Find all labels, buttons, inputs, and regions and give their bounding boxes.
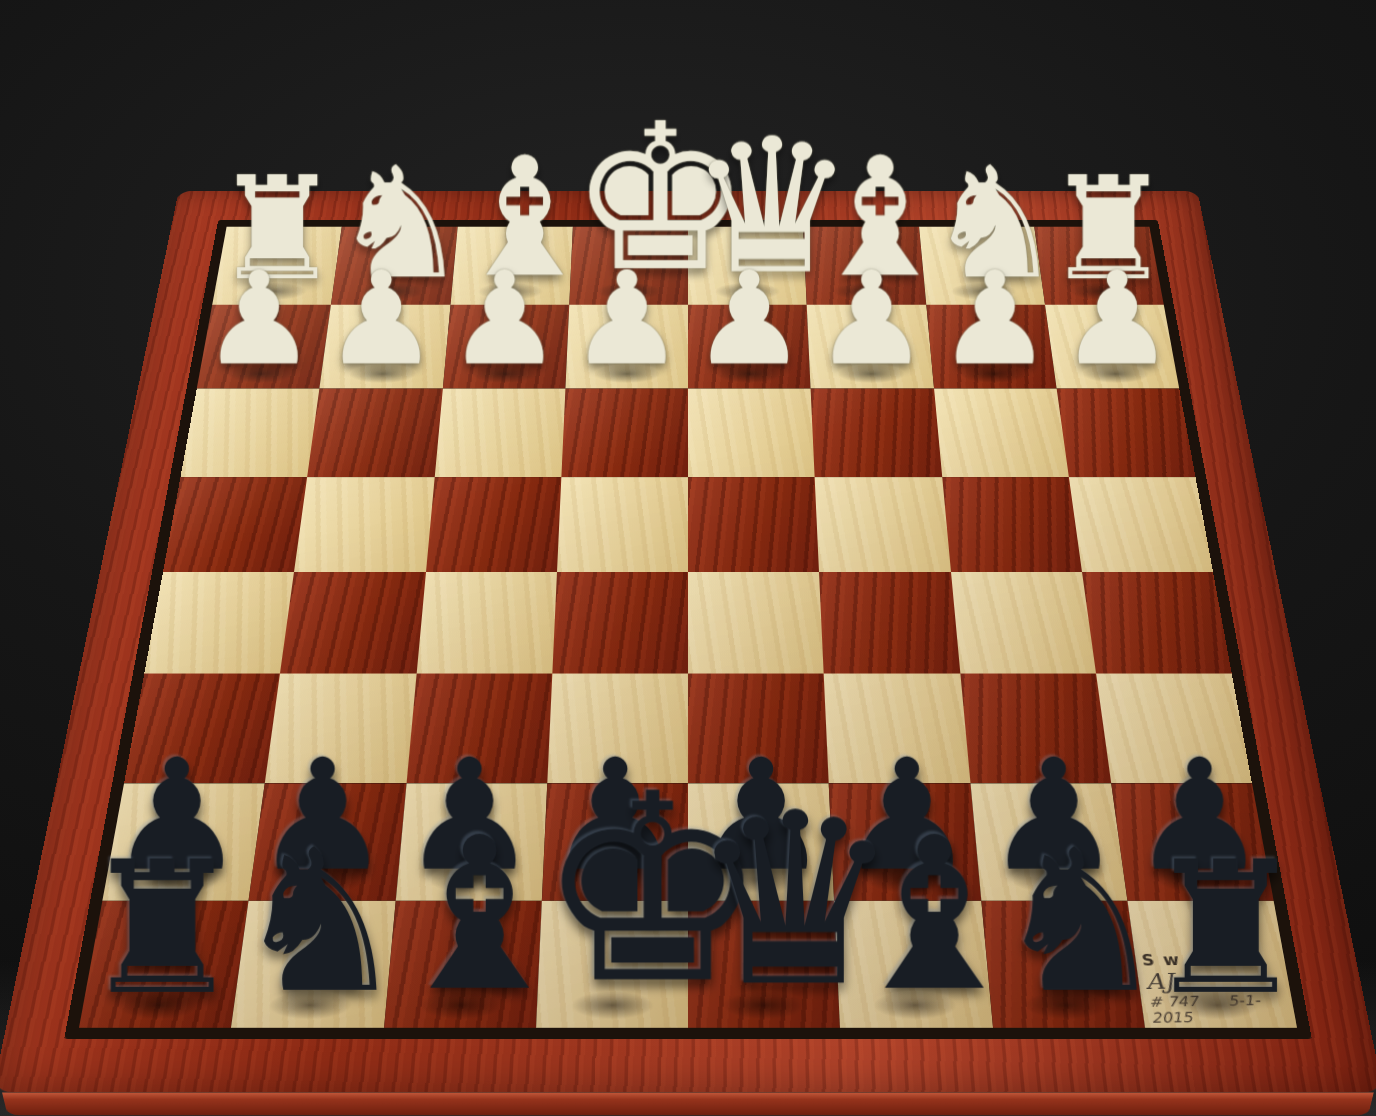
- square-d5[interactable]: [688, 572, 824, 674]
- square-e4[interactable]: [557, 477, 688, 572]
- square-c5[interactable]: [819, 572, 960, 674]
- square-d4[interactable]: [688, 477, 819, 572]
- square-f3[interactable]: [434, 388, 565, 477]
- board-squares: ♜♞♝♚♛♝♞♜♟♟♟♟♟♟♟♟♟♟♟♟♟♟♟♟♜♞♝♚♛♝♞♜Sw dAJ# …: [79, 227, 1297, 1028]
- square-g5[interactable]: [280, 572, 425, 674]
- square-b4[interactable]: [942, 477, 1082, 572]
- square-g3[interactable]: [307, 388, 442, 477]
- black-queen[interactable]: ♛: [688, 781, 840, 1019]
- square-c8[interactable]: ♝: [834, 901, 992, 1028]
- square-b5[interactable]: [951, 572, 1096, 674]
- black-bishop[interactable]: ♝: [384, 809, 536, 1020]
- ebony-inlay-line: ♜♞♝♚♛♝♞♜♟♟♟♟♟♟♟♟♟♟♟♟♟♟♟♟♜♞♝♚♛♝♞♜Sw dAJ# …: [64, 220, 1312, 1038]
- square-e2[interactable]: ♟: [565, 305, 688, 388]
- square-e5[interactable]: [552, 572, 688, 674]
- white-pawn[interactable]: ♟: [320, 254, 443, 383]
- white-pawn[interactable]: ♟: [933, 254, 1056, 383]
- square-h8[interactable]: ♜: [79, 901, 249, 1028]
- white-pawn[interactable]: ♟: [1056, 254, 1179, 383]
- white-pawn[interactable]: ♟: [198, 254, 321, 383]
- square-h5[interactable]: [144, 572, 294, 674]
- white-pawn[interactable]: ♟: [443, 254, 566, 383]
- photo-backdrop: ♜♞♝♚♛♝♞♜♟♟♟♟♟♟♟♟♟♟♟♟♟♟♟♟♜♞♝♚♛♝♞♜Sw dAJ# …: [0, 0, 1376, 1116]
- square-a2[interactable]: ♟: [1045, 305, 1179, 388]
- square-d2[interactable]: ♟: [688, 305, 811, 388]
- board-front-edge: [2, 1092, 1374, 1115]
- black-knight[interactable]: ♞: [992, 823, 1144, 1020]
- square-g2[interactable]: ♟: [320, 305, 450, 388]
- chess-board: ♜♞♝♚♛♝♞♜♟♟♟♟♟♟♟♟♟♟♟♟♟♟♟♟♜♞♝♚♛♝♞♜Sw dAJ# …: [0, 191, 1376, 1093]
- square-e8[interactable]: ♚: [536, 901, 688, 1028]
- square-a8[interactable]: ♜Sw dAJ# 7475-1-2015: [1127, 901, 1297, 1028]
- square-g4[interactable]: [294, 477, 434, 572]
- square-a5[interactable]: [1082, 572, 1232, 674]
- square-a4[interactable]: [1069, 477, 1213, 572]
- white-pawn[interactable]: ♟: [811, 254, 934, 383]
- black-king[interactable]: ♚: [536, 760, 688, 1019]
- square-d3[interactable]: [688, 388, 815, 477]
- square-f4[interactable]: [426, 477, 562, 572]
- black-bishop[interactable]: ♝: [840, 809, 992, 1020]
- board-frame: ♜♞♝♚♛♝♞♜♟♟♟♟♟♟♟♟♟♟♟♟♟♟♟♟♜♞♝♚♛♝♞♜Sw dAJ# …: [0, 191, 1376, 1093]
- black-rook[interactable]: ♜: [1144, 837, 1296, 1020]
- square-f5[interactable]: [416, 572, 557, 674]
- square-h2[interactable]: ♟: [197, 305, 331, 388]
- white-pawn[interactable]: ♟: [688, 254, 811, 383]
- square-h4[interactable]: [163, 477, 307, 572]
- black-rook[interactable]: ♜: [81, 837, 233, 1020]
- square-f8[interactable]: ♝: [384, 901, 542, 1028]
- square-b8[interactable]: ♞: [981, 901, 1145, 1028]
- square-b3[interactable]: [934, 388, 1069, 477]
- square-f2[interactable]: ♟: [442, 305, 569, 388]
- black-knight[interactable]: ♞: [232, 823, 384, 1020]
- white-pawn[interactable]: ♟: [565, 254, 688, 383]
- square-g8[interactable]: ♞: [231, 901, 395, 1028]
- square-e3[interactable]: [561, 388, 688, 477]
- square-c2[interactable]: ♟: [807, 305, 934, 388]
- square-h3[interactable]: [180, 388, 319, 477]
- square-c4[interactable]: [815, 477, 951, 572]
- square-d8[interactable]: ♛: [688, 901, 840, 1028]
- square-a3[interactable]: [1056, 388, 1195, 477]
- square-c3[interactable]: [811, 388, 942, 477]
- square-b2[interactable]: ♟: [926, 305, 1056, 388]
